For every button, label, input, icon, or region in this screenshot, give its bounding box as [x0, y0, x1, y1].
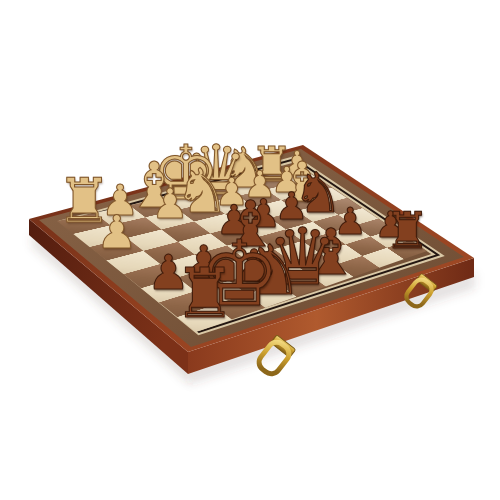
piece-white-pawn-c2[interactable]: ♟ — [151, 184, 188, 225]
chess-set-photo: ♜♟♝♚♛♞♜♟♟♞♟♟♟♟♝♜♚♞♛♝♜♟♟♟♟♟♝♟♟♟♞ — [0, 0, 500, 500]
piece-white-pawn-a3[interactable]: ♟ — [96, 210, 137, 256]
piece-black-rook-h8[interactable]: ♜ — [385, 207, 430, 257]
piece-black-rook-a8[interactable]: ♜ — [174, 260, 235, 328]
